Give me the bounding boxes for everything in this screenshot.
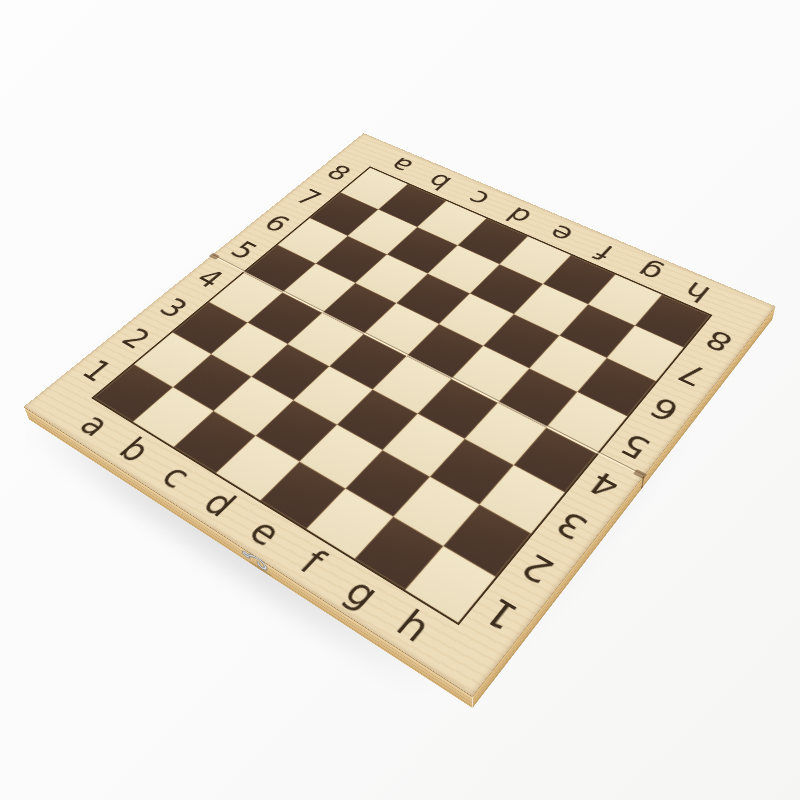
playing-area-grid — [91, 165, 712, 624]
board-perspective-wrapper: abcdefghabcdefgh8765432187654321 — [119, 68, 692, 641]
chessboard: abcdefghabcdefgh8765432187654321 — [23, 133, 775, 696]
photo-background: abcdefghabcdefgh8765432187654321 — [0, 0, 800, 800]
